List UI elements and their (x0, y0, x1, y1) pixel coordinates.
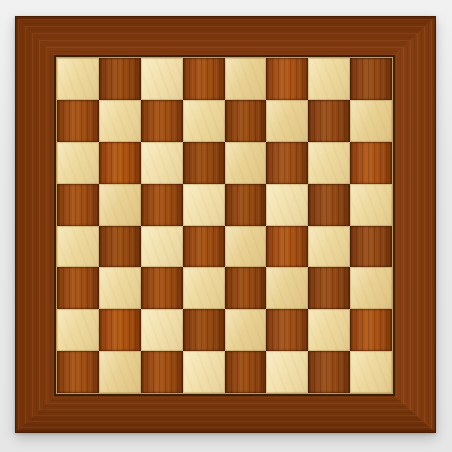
square-h7[interactable] (350, 100, 392, 142)
square-b5[interactable] (99, 184, 141, 226)
square-c5[interactable] (141, 184, 183, 226)
square-c7[interactable] (141, 100, 183, 142)
square-d6[interactable] (183, 142, 225, 184)
square-e4[interactable] (225, 226, 267, 268)
square-b4[interactable] (99, 226, 141, 268)
square-b7[interactable] (99, 100, 141, 142)
square-h4[interactable] (350, 226, 392, 268)
square-e2[interactable] (225, 309, 267, 351)
square-g8[interactable] (308, 58, 350, 100)
square-g1[interactable] (308, 351, 350, 393)
square-d5[interactable] (183, 184, 225, 226)
square-a5[interactable] (57, 184, 99, 226)
square-c4[interactable] (141, 226, 183, 268)
chessboard-grid (57, 58, 392, 393)
square-c1[interactable] (141, 351, 183, 393)
square-e7[interactable] (225, 100, 267, 142)
square-e6[interactable] (225, 142, 267, 184)
square-b3[interactable] (99, 267, 141, 309)
square-f4[interactable] (266, 226, 308, 268)
square-f2[interactable] (266, 309, 308, 351)
square-h5[interactable] (350, 184, 392, 226)
board-inlay-border (54, 55, 395, 396)
square-b1[interactable] (99, 351, 141, 393)
square-c2[interactable] (141, 309, 183, 351)
square-a3[interactable] (57, 267, 99, 309)
square-d3[interactable] (183, 267, 225, 309)
page-background (0, 0, 452, 452)
square-c3[interactable] (141, 267, 183, 309)
square-b6[interactable] (99, 142, 141, 184)
square-a1[interactable] (57, 351, 99, 393)
square-f3[interactable] (266, 267, 308, 309)
square-b8[interactable] (99, 58, 141, 100)
square-a4[interactable] (57, 226, 99, 268)
square-f8[interactable] (266, 58, 308, 100)
square-e5[interactable] (225, 184, 267, 226)
square-g5[interactable] (308, 184, 350, 226)
square-d8[interactable] (183, 58, 225, 100)
square-h2[interactable] (350, 309, 392, 351)
square-f6[interactable] (266, 142, 308, 184)
square-g2[interactable] (308, 309, 350, 351)
square-g6[interactable] (308, 142, 350, 184)
square-h8[interactable] (350, 58, 392, 100)
square-d7[interactable] (183, 100, 225, 142)
square-f5[interactable] (266, 184, 308, 226)
square-a7[interactable] (57, 100, 99, 142)
square-c6[interactable] (141, 142, 183, 184)
square-d1[interactable] (183, 351, 225, 393)
square-h6[interactable] (350, 142, 392, 184)
square-e3[interactable] (225, 267, 267, 309)
square-a2[interactable] (57, 309, 99, 351)
square-g7[interactable] (308, 100, 350, 142)
square-c8[interactable] (141, 58, 183, 100)
square-g4[interactable] (308, 226, 350, 268)
square-f1[interactable] (266, 351, 308, 393)
square-f7[interactable] (266, 100, 308, 142)
square-g3[interactable] (308, 267, 350, 309)
square-a8[interactable] (57, 58, 99, 100)
board-frame (15, 16, 436, 433)
square-b2[interactable] (99, 309, 141, 351)
square-e1[interactable] (225, 351, 267, 393)
square-d2[interactable] (183, 309, 225, 351)
square-e8[interactable] (225, 58, 267, 100)
square-a6[interactable] (57, 142, 99, 184)
square-h3[interactable] (350, 267, 392, 309)
square-d4[interactable] (183, 226, 225, 268)
square-h1[interactable] (350, 351, 392, 393)
